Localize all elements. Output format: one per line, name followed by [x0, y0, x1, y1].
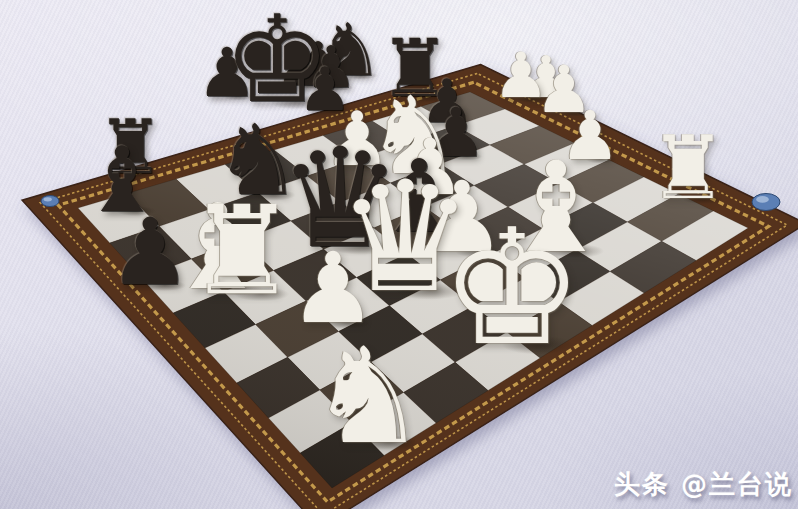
watermark-text: 头条 @兰台说: [614, 467, 793, 502]
left-corner-sticker-highlight: [44, 197, 52, 201]
chessboard: [0, 0, 798, 509]
photo-scene: ♟♜♝♞♟♟♟♛♚♟♜♝♞♜♝♟♞♛♝♟♟♟♚♟♟♟♟♞♜♟♟♟ 头条 @兰台说: [0, 0, 798, 509]
right-corner-sticker-highlight: [756, 196, 769, 203]
